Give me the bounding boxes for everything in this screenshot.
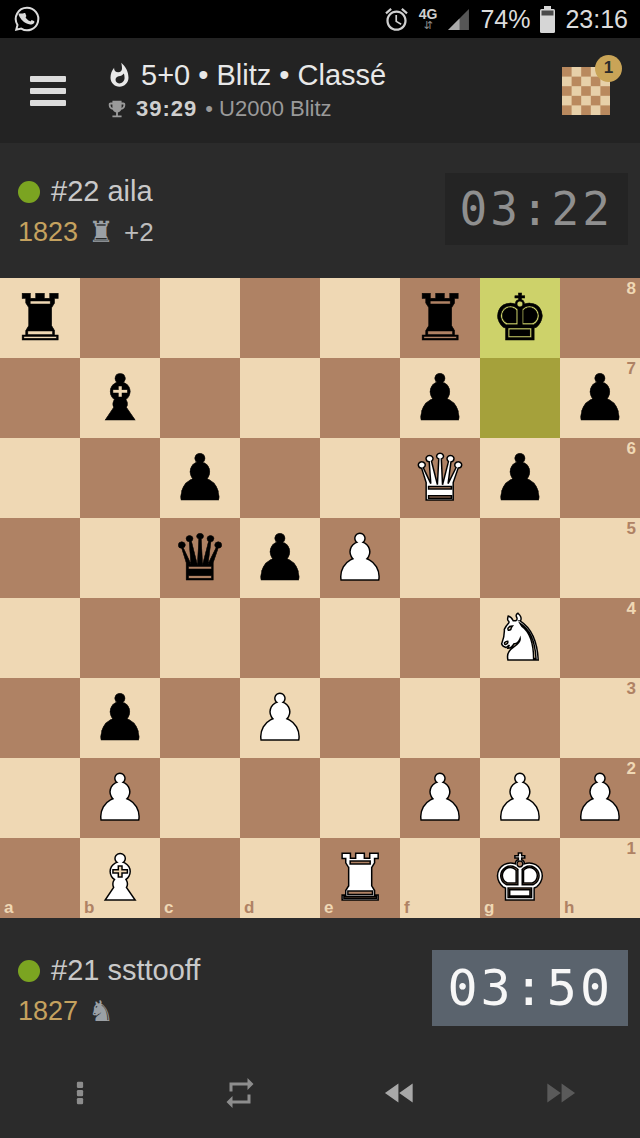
piece-white-pawn[interactable]: ♟ [91, 766, 148, 830]
square-c2[interactable] [160, 758, 240, 838]
rank-label-7: 7 [627, 360, 636, 377]
alarm-icon [383, 6, 410, 33]
piece-black-pawn[interactable]: ♟ [491, 446, 548, 510]
piece-white-knight[interactable]: ♞ [491, 606, 548, 670]
piece-white-pawn[interactable]: ♟ [571, 766, 628, 830]
square-f1[interactable]: f [400, 838, 480, 918]
player-name[interactable]: #21 ssttooff [51, 954, 200, 987]
file-label-b: b [84, 899, 94, 916]
piece-black-rook[interactable]: ♜ [411, 286, 468, 350]
top-clock: 03:22 [445, 173, 628, 245]
square-g1[interactable]: ♚g [480, 838, 560, 918]
square-h4[interactable]: 4 [560, 598, 640, 678]
flip-icon [222, 1075, 258, 1111]
player-rating: 1827 [18, 996, 78, 1027]
bottom-toolbar [0, 1048, 640, 1138]
status-time: 23:16 [565, 5, 628, 34]
square-b1[interactable]: ♝b [80, 838, 160, 918]
square-d1[interactable]: d [240, 838, 320, 918]
opponent-rating: 1823 [18, 217, 78, 248]
square-b6[interactable] [80, 438, 160, 518]
square-d3[interactable]: ♟ [240, 678, 320, 758]
piece-black-pawn[interactable]: ♟ [571, 366, 628, 430]
square-g2[interactable]: ♟ [480, 758, 560, 838]
square-c8[interactable] [160, 278, 240, 358]
square-c3[interactable] [160, 678, 240, 758]
online-dot [18, 181, 40, 203]
piece-black-pawn[interactable]: ♟ [91, 686, 148, 750]
file-label-f: f [404, 899, 410, 916]
square-a2[interactable] [0, 758, 80, 838]
piece-black-rook[interactable]: ♜ [11, 286, 68, 350]
move-forward-button[interactable] [480, 1048, 640, 1138]
piece-black-pawn[interactable]: ♟ [251, 526, 308, 590]
whatsapp-icon [12, 4, 42, 34]
square-e5[interactable]: ♟ [320, 518, 400, 598]
square-c5[interactable]: ♛ [160, 518, 240, 598]
app-screen: 4G ⇵ 74% 23:16 5+0 [0, 0, 640, 1138]
piece-black-pawn[interactable]: ♟ [411, 366, 468, 430]
square-b8[interactable] [80, 278, 160, 358]
square-g4[interactable]: ♞ [480, 598, 560, 678]
square-b3[interactable]: ♟ [80, 678, 160, 758]
square-f3[interactable] [400, 678, 480, 758]
square-a3[interactable] [0, 678, 80, 758]
square-a7[interactable] [0, 358, 80, 438]
network-4g-icon: 4G ⇵ [419, 7, 438, 31]
online-dot [18, 960, 40, 982]
square-g8[interactable]: ♚ [480, 278, 560, 358]
square-f2[interactable]: ♟ [400, 758, 480, 838]
square-f7[interactable]: ♟ [400, 358, 480, 438]
file-label-c: c [164, 899, 173, 916]
square-a5[interactable] [0, 518, 80, 598]
bottom-clock: 03:50 [432, 950, 628, 1026]
opponent-bar: #22 aila 1823 ♜ +2 03:22 [0, 143, 640, 278]
more-vert-icon [65, 1078, 95, 1108]
piece-white-pawn[interactable]: ♟ [491, 766, 548, 830]
square-a1[interactable]: a [0, 838, 80, 918]
file-label-d: d [244, 899, 254, 916]
square-d8[interactable] [240, 278, 320, 358]
square-a4[interactable] [0, 598, 80, 678]
piece-white-bishop[interactable]: ♝ [91, 846, 148, 910]
tournament-clock: 39:29 [136, 96, 197, 122]
file-label-e: e [324, 899, 333, 916]
square-c6[interactable]: ♟ [160, 438, 240, 518]
signal-icon [446, 7, 471, 32]
piece-white-pawn[interactable]: ♟ [251, 686, 308, 750]
square-e2[interactable] [320, 758, 400, 838]
piece-black-queen[interactable]: ♛ [171, 526, 228, 590]
blitz-flame-icon [106, 62, 133, 89]
square-f6[interactable]: ♛ [400, 438, 480, 518]
rank-label-2: 2 [627, 760, 636, 777]
square-h6[interactable]: 6 [560, 438, 640, 518]
square-b4[interactable] [80, 598, 160, 678]
square-e8[interactable] [320, 278, 400, 358]
square-h7[interactable]: ♟7 [560, 358, 640, 438]
square-b5[interactable] [80, 518, 160, 598]
rank-label-6: 6 [627, 440, 636, 457]
square-e3[interactable] [320, 678, 400, 758]
square-a6[interactable] [0, 438, 80, 518]
square-d4[interactable] [240, 598, 320, 678]
fast-rewind-icon [381, 1074, 419, 1112]
piece-white-pawn[interactable]: ♟ [331, 526, 388, 590]
file-label-g: g [484, 899, 494, 916]
piece-white-king[interactable]: ♚ [491, 846, 548, 910]
square-h1[interactable]: 1h [560, 838, 640, 918]
file-label-a: a [4, 899, 13, 916]
square-e4[interactable] [320, 598, 400, 678]
status-bar: 4G ⇵ 74% 23:16 [0, 0, 640, 38]
square-c1[interactable]: c [160, 838, 240, 918]
piece-white-rook[interactable]: ♜ [331, 846, 388, 910]
move-backward-button[interactable] [320, 1048, 480, 1138]
square-e1[interactable]: ♜e [320, 838, 400, 918]
chess-board: ♜♜♚8♝♟♟7♟♛♟6♛♟♟5♞4♟♟3♟♟♟♟2a♝bcd♜ef♚g1h [0, 278, 640, 918]
square-f4[interactable] [400, 598, 480, 678]
rank-label-3: 3 [627, 680, 636, 697]
square-b7[interactable]: ♝ [80, 358, 160, 438]
flip-board-button[interactable] [160, 1048, 320, 1138]
square-e6[interactable] [320, 438, 400, 518]
notification-badge: 1 [595, 55, 622, 82]
player-bar: #21 ssttooff 1827 ♞ 03:50 [0, 918, 640, 1048]
square-h3[interactable]: 3 [560, 678, 640, 758]
battery-icon [539, 6, 556, 33]
app-header: 5+0 • Blitz • Classé 39:29 • U2000 Blitz [0, 38, 640, 143]
piece-white-queen[interactable]: ♛ [411, 446, 468, 510]
square-g7[interactable] [480, 358, 560, 438]
piece-black-pawn[interactable]: ♟ [171, 446, 228, 510]
tournament-name: • U2000 Blitz [205, 96, 331, 122]
game-mode-title: 5+0 • Blitz • Classé [141, 59, 386, 92]
rank-label-5: 5 [627, 520, 636, 537]
material-advantage: +2 [124, 217, 154, 248]
games-button[interactable]: 1 [562, 67, 610, 115]
battery-percent: 74% [480, 5, 530, 34]
rank-label-8: 8 [627, 280, 636, 297]
more-options-button[interactable] [0, 1048, 160, 1138]
fast-forward-icon [541, 1074, 579, 1112]
square-g6[interactable]: ♟ [480, 438, 560, 518]
square-d5[interactable]: ♟ [240, 518, 320, 598]
piece-black-bishop[interactable]: ♝ [91, 366, 148, 430]
game-title-block: 5+0 • Blitz • Classé 39:29 • U2000 Blitz [106, 59, 562, 122]
menu-button[interactable] [30, 76, 70, 106]
square-c4[interactable] [160, 598, 240, 678]
trophy-icon [106, 98, 128, 120]
captured-rook-icon: ♜ [88, 218, 114, 247]
square-g3[interactable] [480, 678, 560, 758]
square-d7[interactable] [240, 358, 320, 438]
square-a8[interactable]: ♜ [0, 278, 80, 358]
rank-label-1: 1 [627, 840, 636, 857]
captured-knight-icon: ♞ [88, 997, 114, 1026]
square-d6[interactable] [240, 438, 320, 518]
square-b2[interactable]: ♟ [80, 758, 160, 838]
square-g5[interactable] [480, 518, 560, 598]
file-label-h: h [564, 899, 574, 916]
piece-white-pawn[interactable]: ♟ [411, 766, 468, 830]
square-f5[interactable] [400, 518, 480, 598]
opponent-name[interactable]: #22 aila [51, 175, 153, 208]
square-h8[interactable]: 8 [560, 278, 640, 358]
square-e7[interactable] [320, 358, 400, 438]
square-d2[interactable] [240, 758, 320, 838]
square-f8[interactable]: ♜ [400, 278, 480, 358]
piece-black-king[interactable]: ♚ [491, 286, 548, 350]
square-h5[interactable]: 5 [560, 518, 640, 598]
rank-label-4: 4 [627, 600, 636, 617]
square-c7[interactable] [160, 358, 240, 438]
square-h2[interactable]: ♟2 [560, 758, 640, 838]
